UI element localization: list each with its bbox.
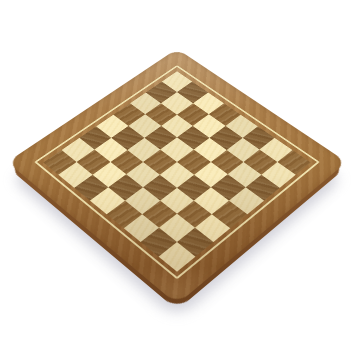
board-scene xyxy=(0,0,353,353)
chess-board xyxy=(7,49,346,305)
product-photo-stage xyxy=(0,0,353,353)
board-field xyxy=(43,71,310,271)
